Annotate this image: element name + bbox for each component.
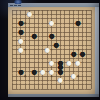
intersection[interactable]: ● [76,21,80,25]
white-stone: ● [41,69,45,73]
black-stone: ● [32,69,36,73]
white-stone: ● [50,69,54,73]
intersection[interactable]: ● [50,61,54,65]
white-stone: ● [50,21,54,25]
black-stone: ● [54,43,58,47]
intersection[interactable]: ● [71,74,75,78]
intersection[interactable]: ● [58,78,62,82]
go-board: ●●●●●●●●●●●●●●●●●●●●●●●●● [10,8,93,91]
white-stone: ● [19,48,23,52]
intersection[interactable]: ● [28,12,32,16]
intersection[interactable]: ● [76,61,80,65]
intersection[interactable]: ● [19,21,23,25]
black-stone: ● [19,21,23,25]
intersection[interactable]: ● [71,52,75,56]
scrollbar[interactable] [95,7,99,94]
black-stone: ● [58,69,62,73]
intersection[interactable]: ● [50,21,54,25]
intersection[interactable]: ● [54,43,58,47]
black-stone: ● [80,52,84,56]
black-stone: ● [71,52,75,56]
intersection[interactable]: ● [50,34,54,38]
black-stone: ● [50,34,54,38]
white-stone: ● [45,48,49,52]
board-area: ●●●●●●●●●●●●●●●●●●●●●●●●● [8,7,99,94]
white-stone: ● [50,61,54,65]
intersection[interactable]: ● [50,69,54,73]
menu-icon[interactable] [18,5,21,6]
menu-icon[interactable] [10,5,13,6]
intersection[interactable]: ● [32,34,36,38]
intersection[interactable]: ● [19,48,23,52]
white-stone: ● [58,78,62,82]
white-stone: ● [71,74,75,78]
intersection[interactable]: ● [67,61,71,65]
intersection[interactable]: ● [32,69,36,73]
power-led [14,0,22,4]
status-bar [8,94,99,97]
black-stone: ● [19,69,23,73]
black-stone: ● [19,30,23,34]
intersection[interactable]: ● [41,69,45,73]
intersection[interactable]: ● [45,48,49,52]
black-stone: ● [32,34,36,38]
intersection[interactable]: ● [19,69,23,73]
screen: ●●●●●●●●●●●●●●●●●●●●●●●●● [8,3,99,97]
monitor-photo: ●●●●●●●●●●●●●●●●●●●●●●●●● [0,0,100,100]
white-stone: ● [67,61,71,65]
white-stone: ● [19,39,23,43]
intersection[interactable]: ● [80,52,84,56]
intersection[interactable]: ● [19,39,23,43]
white-stone: ● [28,12,32,16]
menu-icon[interactable] [14,5,17,6]
white-stone: ● [76,61,80,65]
intersection[interactable] [89,87,93,91]
intersection[interactable]: ● [58,69,62,73]
intersection[interactable]: ● [19,30,23,34]
black-stone: ● [76,21,80,25]
